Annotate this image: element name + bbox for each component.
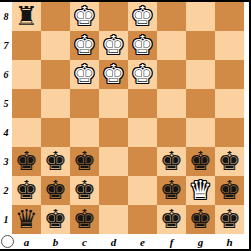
square-h8 [215,2,244,31]
black-king-piece: ♚ [215,205,244,234]
square-b3: ♚ [41,147,70,176]
black-king-piece: ♚ [41,205,70,234]
square-a1: ♛ [12,205,41,234]
square-f8 [157,2,186,31]
square-c3: ♚ [70,147,99,176]
square-e2 [128,176,157,205]
square-f3: ♚ [157,147,186,176]
square-a8: ♜ [12,2,41,31]
file-label: g [186,234,215,249]
white-king-piece: ♚ [128,2,157,31]
square-d6: ♚ [99,60,128,89]
file-label: d [99,234,128,249]
rank-label: 3 [0,147,12,176]
square-g3: ♚ [186,147,215,176]
square-d3 [99,147,128,176]
square-d1 [99,205,128,234]
rank-label: 8 [0,2,12,31]
square-c8: ♚ [70,2,99,31]
square-a4 [12,118,41,147]
square-f4 [157,118,186,147]
black-king-piece: ♚ [215,176,244,205]
black-king-piece: ♚ [186,147,215,176]
square-g6 [186,60,215,89]
square-b6 [41,60,70,89]
rank-label: 2 [0,176,12,205]
square-h1: ♚ [215,205,244,234]
square-h7 [215,31,244,60]
square-c6: ♚ [70,60,99,89]
file-label: h [215,234,244,249]
square-a2: ♚ [12,176,41,205]
white-king-piece: ♚ [70,31,99,60]
rank-label: 1 [0,205,12,234]
black-queen-piece: ♛ [12,205,41,234]
square-a5 [12,89,41,118]
square-a6 [12,60,41,89]
square-h3: ♚ [215,147,244,176]
square-c5 [70,89,99,118]
square-e8: ♚ [128,2,157,31]
square-e5 [128,89,157,118]
board-area: 87654321 ♜♚♚♚♚♚♚♚♚♚♚♚♚♚♚♚♚♚♚♛♚♛♚♚♚♚♚ [0,2,249,234]
file-label: c [70,234,99,249]
square-b1: ♚ [41,205,70,234]
square-c1: ♚ [70,205,99,234]
square-g1: ♚ [186,205,215,234]
square-d8 [99,2,128,31]
rank-label: 4 [0,118,12,147]
square-d2 [99,176,128,205]
square-a3: ♚ [12,147,41,176]
square-f1: ♚ [157,205,186,234]
white-king-piece: ♚ [128,31,157,60]
black-rook-piece: ♜ [12,2,41,31]
black-king-piece: ♚ [70,147,99,176]
file-label: e [128,234,157,249]
file-coordinate-strip: abcdefgh [0,234,249,249]
white-king-piece: ♚ [99,60,128,89]
square-a7 [12,31,41,60]
white-king-piece: ♚ [128,60,157,89]
rank-label: 7 [0,31,12,60]
black-king-piece: ♚ [70,205,99,234]
white-queen-piece: ♛ [186,176,215,205]
black-king-piece: ♚ [157,176,186,205]
square-f7 [157,31,186,60]
square-g4 [186,118,215,147]
square-b7 [41,31,70,60]
square-e3 [128,147,157,176]
white-king-piece: ♚ [99,31,128,60]
square-g5 [186,89,215,118]
black-king-piece: ♚ [41,147,70,176]
chess-diagram: 87654321 ♜♚♚♚♚♚♚♚♚♚♚♚♚♚♚♚♚♚♚♛♚♛♚♚♚♚♚ abc… [0,0,251,251]
square-c2: ♚ [70,176,99,205]
square-h2: ♚ [215,176,244,205]
square-h5 [215,89,244,118]
square-h4 [215,118,244,147]
square-g2: ♛ [186,176,215,205]
square-e6: ♚ [128,60,157,89]
black-king-piece: ♚ [157,205,186,234]
square-b2: ♚ [41,176,70,205]
file-label: a [12,234,41,249]
black-king-piece: ♚ [12,176,41,205]
white-king-piece: ♚ [70,2,99,31]
black-king-piece: ♚ [70,176,99,205]
square-b8 [41,2,70,31]
square-e4 [128,118,157,147]
black-king-piece: ♚ [12,147,41,176]
rank-coordinates: 87654321 [0,2,12,234]
black-king-piece: ♚ [186,205,215,234]
file-label: f [157,234,186,249]
black-king-piece: ♚ [157,147,186,176]
square-c4 [70,118,99,147]
square-h6 [215,60,244,89]
square-e1 [128,205,157,234]
rank-label: 6 [0,60,12,89]
square-g8 [186,2,215,31]
rank-label: 5 [0,89,12,118]
white-king-piece: ♚ [70,60,99,89]
square-b5 [41,89,70,118]
square-e7: ♚ [128,31,157,60]
square-f2: ♚ [157,176,186,205]
square-f5 [157,89,186,118]
square-d5 [99,89,128,118]
square-c7: ♚ [70,31,99,60]
square-b4 [41,118,70,147]
square-f6 [157,60,186,89]
square-g7 [186,31,215,60]
black-king-piece: ♚ [41,176,70,205]
square-d7: ♚ [99,31,128,60]
black-king-piece: ♚ [215,147,244,176]
file-label: b [41,234,70,249]
chess-board: ♜♚♚♚♚♚♚♚♚♚♚♚♚♚♚♚♚♚♚♛♚♛♚♚♚♚♚ [12,2,244,234]
square-d4 [99,118,128,147]
file-coordinates: abcdefgh [12,234,244,249]
